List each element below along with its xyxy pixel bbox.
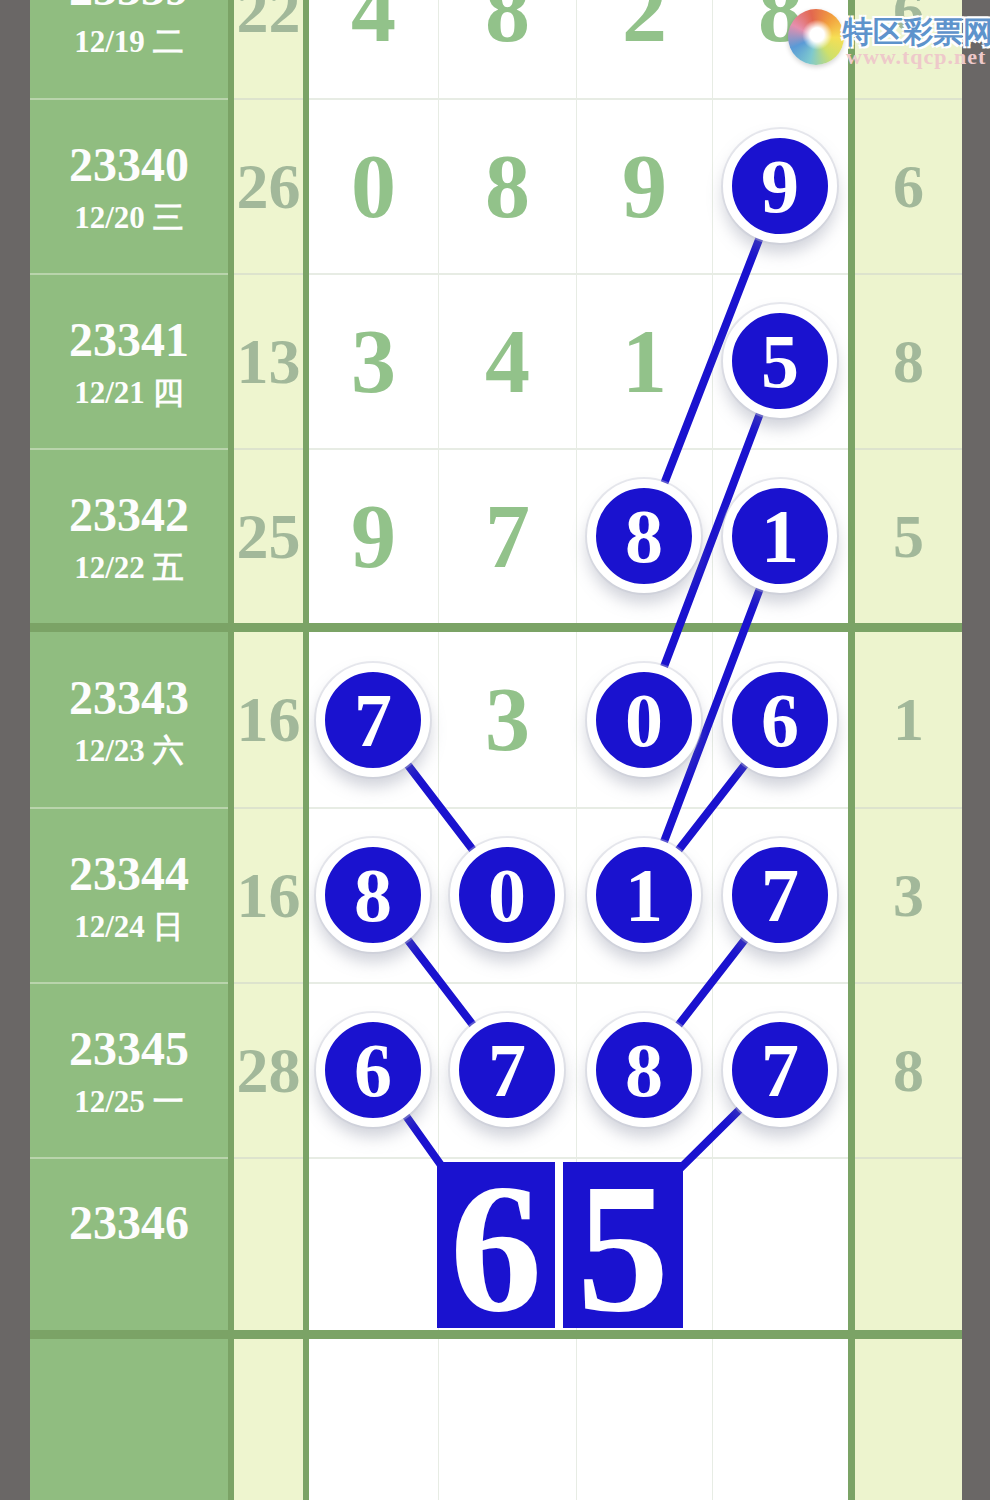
vertical-border [848, 982, 855, 1157]
digit-cell [309, 632, 438, 807]
vertical-border [848, 98, 855, 273]
draw-cell [30, 1339, 228, 1500]
draw-cell: 23339 12/19二 [30, 0, 228, 98]
draw-cell: 23343 12/23六 [30, 632, 228, 807]
draw-date: 12/23六 [74, 731, 184, 771]
draw-number: 23341 [69, 311, 189, 369]
digit-cell [309, 1339, 438, 1500]
digit-cell [712, 450, 848, 623]
digit-cell: 7 [438, 450, 576, 623]
draw-number: 23342 [69, 486, 189, 544]
digit-cell [576, 1159, 712, 1330]
digit-cell [712, 809, 848, 982]
draw-cell: 23346 [30, 1157, 228, 1330]
digit-cells: 9 7 [309, 448, 848, 623]
digit-cell: 8 [438, 0, 576, 98]
right-digit-cell: 6 [855, 0, 962, 98]
weekday: 三 [153, 200, 184, 235]
weekday: 五 [153, 550, 184, 585]
trend-table: 23339 12/19二 22 4 8 2 8 6 23340 12/20三 2… [30, 0, 962, 1500]
table-row: 23344 12/24日 16 3 [30, 807, 962, 982]
weekday: 一 [153, 1084, 184, 1119]
digit-cell: 9 [576, 100, 712, 273]
sum-cell: 25 [234, 448, 303, 623]
digit-cell [576, 1339, 712, 1500]
draw-number: 23344 [69, 845, 189, 903]
right-digit-cell: 6 [855, 98, 962, 273]
sum-cell [234, 1157, 303, 1330]
digit-cell [712, 632, 848, 807]
digit-cell [712, 1339, 848, 1500]
draw-date [125, 1256, 133, 1296]
table-row: 23342 12/22五 25 9 7 5 [30, 448, 962, 623]
digit-cell [438, 809, 576, 982]
section-divider [30, 1330, 962, 1339]
digit-cell [309, 809, 438, 982]
vertical-border [848, 807, 855, 982]
digit-cell: 8 [438, 100, 576, 273]
draw-cell: 23345 12/25一 [30, 982, 228, 1157]
weekday: 六 [153, 733, 184, 768]
vertical-border [848, 632, 855, 807]
vertical-border [848, 448, 855, 623]
digit-cell: 9 [309, 450, 438, 623]
digit-cell: 4 [309, 0, 438, 98]
vertical-border [848, 273, 855, 448]
draw-date: 12/19二 [74, 22, 184, 62]
draw-cell: 23341 12/21四 [30, 273, 228, 448]
draw-number: 23343 [69, 669, 189, 727]
digit-cell: 0 [309, 100, 438, 273]
vertical-border [848, 0, 855, 98]
draw-date: 12/25一 [74, 1082, 184, 1122]
digit-cells: 3 [309, 632, 848, 807]
digit-cell: 3 [438, 632, 576, 807]
draw-number: 23345 [69, 1020, 189, 1078]
sum-cell: 28 [234, 982, 303, 1157]
draw-date: 12/20三 [74, 198, 184, 238]
digit-cell [309, 984, 438, 1157]
digit-cells: 0 8 9 [309, 98, 848, 273]
digit-cell [576, 632, 712, 807]
digit-cell [576, 984, 712, 1157]
digit-cell: 2 [576, 0, 712, 98]
vertical-border [848, 1339, 855, 1500]
digit-cell [438, 1339, 576, 1500]
digit-cells [309, 1157, 848, 1330]
draw-cell: 23342 12/22五 [30, 448, 228, 623]
right-digit-cell: 8 [855, 982, 962, 1157]
sum-cell: 16 [234, 632, 303, 807]
draw-cell: 23340 12/20三 [30, 98, 228, 273]
digit-cell [712, 275, 848, 448]
draw-cell: 23344 12/24日 [30, 807, 228, 982]
sum-cell [234, 1339, 303, 1500]
draw-number: 23340 [69, 136, 189, 194]
table-row: 23345 12/25一 28 8 [30, 982, 962, 1157]
digit-cell [438, 1159, 576, 1330]
digit-cells [309, 1339, 848, 1500]
draw-date: 12/24日 [74, 907, 184, 947]
right-digit-cell [855, 1339, 962, 1500]
weekday: 四 [153, 375, 184, 410]
table-row: 23343 12/23六 16 3 1 [30, 632, 962, 807]
right-digit-cell: 3 [855, 807, 962, 982]
digit-cells: 4 8 2 8 [309, 0, 848, 98]
vertical-border [848, 1157, 855, 1330]
digit-cell: 1 [576, 275, 712, 448]
digit-cell: 4 [438, 275, 576, 448]
draw-number: 23346 [69, 1194, 189, 1252]
sum-cell: 22 [234, 0, 303, 98]
draw-date: 12/22五 [74, 548, 184, 588]
right-digit-cell: 5 [855, 448, 962, 623]
table-row: 23341 12/21四 13 3 4 1 8 [30, 273, 962, 448]
right-digit-cell: 8 [855, 273, 962, 448]
lottery-trend-chart-page: { "game": "lottery-digit-trend-chart", "… [0, 0, 990, 1500]
table-row [30, 1339, 962, 1500]
digit-cell [309, 1159, 438, 1330]
weekday: 日 [153, 909, 184, 944]
sum-cell: 26 [234, 98, 303, 273]
digit-cell [712, 100, 848, 273]
table-row: 23339 12/19二 22 4 8 2 8 6 [30, 0, 962, 98]
digit-cell [576, 809, 712, 982]
right-digit-cell [855, 1157, 962, 1330]
digit-cell [438, 984, 576, 1157]
table-row: 23346 [30, 1157, 962, 1330]
section-divider [30, 623, 962, 632]
weekday: 二 [153, 24, 184, 59]
table-row: 23340 12/20三 26 0 8 9 6 [30, 98, 962, 273]
right-digit-cell: 1 [855, 632, 962, 807]
draw-date [125, 1402, 133, 1442]
sum-cell: 16 [234, 807, 303, 982]
digit-cell [712, 984, 848, 1157]
draw-number: 23339 [69, 0, 189, 18]
digit-cell: 3 [309, 275, 438, 448]
sum-cell: 13 [234, 273, 303, 448]
digit-cells [309, 982, 848, 1157]
draw-date: 12/21四 [74, 373, 184, 413]
digit-cells [309, 807, 848, 982]
digit-cell [576, 450, 712, 623]
digit-cells: 3 4 1 [309, 273, 848, 448]
digit-cell: 8 [712, 0, 848, 98]
digit-cell [712, 1159, 848, 1330]
